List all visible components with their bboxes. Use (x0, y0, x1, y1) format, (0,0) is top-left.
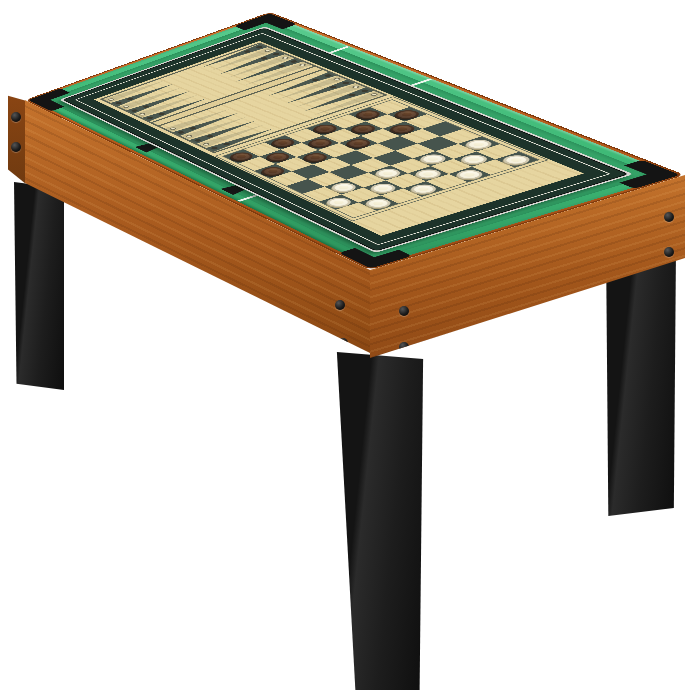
point-marker-dot (205, 135, 214, 138)
point-marker-dot (138, 113, 146, 116)
point-marker-dot (115, 101, 123, 104)
point-marker-dot (146, 116, 154, 119)
point-marker-dot (277, 64, 286, 67)
table-leg-front (336, 338, 424, 690)
screw (338, 338, 348, 348)
point-marker-dot (351, 85, 360, 89)
screw (399, 306, 409, 316)
point-marker-dot (347, 93, 356, 97)
point-marker-dot (210, 147, 219, 150)
screw (664, 212, 674, 222)
point-marker-dot (329, 86, 338, 89)
point-marker-dot (185, 135, 194, 138)
point-marker-dot (298, 63, 307, 66)
screw (399, 342, 409, 352)
point-marker-dot (126, 97, 134, 100)
point-marker-dot (272, 53, 281, 56)
screw (11, 112, 21, 122)
point-marker-dot (130, 109, 138, 112)
table-leg-right (604, 248, 676, 516)
screw (11, 142, 21, 152)
point-marker-dot (189, 127, 198, 130)
apron-side-left (8, 94, 25, 186)
point-marker-dot (289, 60, 298, 63)
point-marker-dot (222, 142, 231, 145)
point-marker-dot (360, 89, 370, 93)
point-marker-dot (243, 50, 252, 53)
point-marker-dot (370, 93, 380, 97)
point-marker-dot (107, 98, 115, 101)
point-marker-dot (281, 56, 290, 59)
point-marker-dot (263, 49, 272, 52)
point-marker-dot (193, 139, 202, 142)
point-marker-dot (122, 105, 130, 108)
point-marker-dot (332, 78, 341, 81)
point-marker-dot (142, 105, 150, 108)
point-marker-dot (323, 74, 332, 77)
table-leg-back-left (14, 182, 64, 390)
point-marker-dot (341, 81, 350, 84)
point-marker-dot (168, 127, 177, 130)
screw (335, 300, 345, 310)
point-marker-dot (311, 78, 320, 81)
point-marker-dot (202, 143, 211, 146)
screw (664, 247, 674, 257)
point-marker-dot (158, 112, 166, 115)
game-table-photo (0, 0, 700, 700)
point-marker-dot (177, 131, 186, 134)
point-marker-dot (255, 46, 264, 49)
point-marker-dot (260, 57, 269, 60)
